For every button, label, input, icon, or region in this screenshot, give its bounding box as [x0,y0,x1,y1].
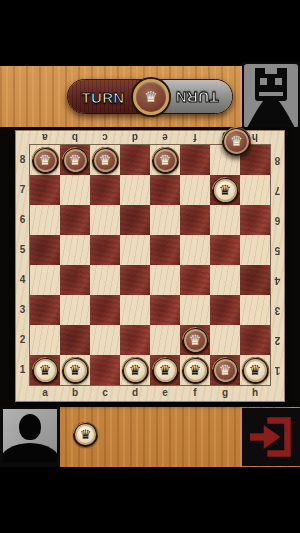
coord-label: b [60,385,90,402]
coord-label: e [150,385,180,402]
square-h4[interactable] [240,265,270,295]
square-c6[interactable] [90,205,120,235]
square-f3[interactable] [180,295,210,325]
square-b2[interactable] [60,325,90,355]
tray-piece-light: ♛ [73,422,98,447]
coord-label: 2 [15,325,30,355]
coord-label: 4 [15,265,30,295]
piece-light-g7[interactable]: ♛ [212,177,239,204]
crown-icon: ♛ [69,153,82,167]
square-e3[interactable] [150,295,180,325]
square-d8[interactable] [120,145,150,175]
coord-label: 3 [270,295,285,325]
silhouette-head [19,414,41,440]
piece-dark-a8[interactable]: ♛ [32,147,59,174]
coord-label: 5 [270,235,285,265]
coord-label: 7 [15,175,30,205]
board-grid: ♛♛♛♛♛♛♛♛♛♛♛♛♛ [30,145,270,385]
square-c1[interactable] [90,355,120,385]
turn-indicator: TURN TURN ♛ [67,79,233,114]
square-e4[interactable] [150,265,180,295]
square-a6[interactable] [30,205,60,235]
coord-label: 3 [15,295,30,325]
square-b6[interactable] [60,205,90,235]
exit-button[interactable] [242,408,300,466]
square-d2[interactable] [120,325,150,355]
coord-label: a [30,385,60,402]
coord-label: c [90,385,120,402]
crown-icon: ♛ [159,153,172,167]
crown-icon: ♛ [129,363,142,377]
crown-icon: ♛ [39,153,52,167]
coord-label: f [180,130,210,145]
square-e6[interactable] [150,205,180,235]
square-g4[interactable] [210,265,240,295]
square-d4[interactable] [120,265,150,295]
floating-piece-dark[interactable]: ♛ [222,127,251,156]
board-frame: abcdefgh abcdefgh 87654321 87654321 ♛♛♛♛… [15,130,285,402]
square-f5[interactable] [180,235,210,265]
turn-label-right: TURN [168,80,226,115]
coord-label: 5 [15,235,30,265]
square-c2[interactable] [90,325,120,355]
square-g6[interactable] [210,205,240,235]
coord-label: 4 [270,265,285,295]
square-f6[interactable] [180,205,210,235]
square-d5[interactable] [120,235,150,265]
crown-icon: ♛ [159,363,172,377]
turn-crown-badge: ♛ [133,79,169,115]
piece-dark-c8[interactable]: ♛ [92,147,119,174]
square-g5[interactable] [210,235,240,265]
square-c7[interactable] [90,175,120,205]
square-g3[interactable] [210,295,240,325]
square-h7[interactable] [240,175,270,205]
crown-icon: ♛ [80,428,92,441]
coord-label: 6 [270,205,285,235]
coord-label: a [30,130,60,145]
coord-label: d [120,385,150,402]
square-e2[interactable] [150,325,180,355]
coord-label: 1 [15,355,30,385]
piece-dark-g1[interactable]: ♛ [212,357,239,384]
coord-label: 6 [15,205,30,235]
piece-dark-f2[interactable]: ♛ [182,327,209,354]
square-f4[interactable] [180,265,210,295]
coord-label: 2 [270,325,285,355]
square-h2[interactable] [240,325,270,355]
square-a7[interactable] [30,175,60,205]
person-silhouette-icon [3,409,57,462]
square-d3[interactable] [120,295,150,325]
crown-icon: ♛ [99,153,112,167]
square-a3[interactable] [30,295,60,325]
coord-label: 8 [270,145,285,175]
coord-label: 1 [270,355,285,385]
piece-light-e1[interactable]: ♛ [152,357,179,384]
coords-right: 87654321 [270,145,285,385]
exit-icon [249,415,293,459]
square-c4[interactable] [90,265,120,295]
coord-label: 7 [270,175,285,205]
board-area: abcdefgh abcdefgh 87654321 87654321 ♛♛♛♛… [0,127,300,407]
coord-label: b [60,130,90,145]
robot-icon [243,63,299,129]
silhouette-shoulders [3,443,57,462]
piece-dark-b8[interactable]: ♛ [62,147,89,174]
square-g2[interactable] [210,325,240,355]
square-b5[interactable] [60,235,90,265]
coord-label: 8 [15,145,30,175]
crown-icon: ♛ [219,363,232,377]
coord-label: h [240,385,270,402]
computer-avatar [242,62,300,130]
square-h6[interactable] [240,205,270,235]
piece-light-b1[interactable]: ♛ [62,357,89,384]
square-b7[interactable] [60,175,90,205]
square-e5[interactable] [150,235,180,265]
piece-light-d1[interactable]: ♛ [122,357,149,384]
coord-label: f [180,385,210,402]
coords-left: 87654321 [15,145,30,385]
crown-icon: ♛ [189,333,202,347]
square-h3[interactable] [240,295,270,325]
human-avatar [0,407,60,467]
piece-dark-e8[interactable]: ♛ [152,147,179,174]
square-a5[interactable] [30,235,60,265]
coords-bottom: abcdefgh [30,385,270,402]
square-e7[interactable] [150,175,180,205]
coord-label: e [150,130,180,145]
crown-icon: ♛ [144,90,157,105]
square-a4[interactable] [30,265,60,295]
square-d7[interactable] [120,175,150,205]
coord-label: g [210,385,240,402]
coord-label: c [90,130,120,145]
piece-light-a1[interactable]: ♛ [32,357,59,384]
square-a2[interactable] [30,325,60,355]
piece-light-h1[interactable]: ♛ [242,357,269,384]
crown-icon: ♛ [189,363,202,377]
square-c3[interactable] [90,295,120,325]
coord-label: d [120,130,150,145]
square-b3[interactable] [60,295,90,325]
square-c5[interactable] [90,235,120,265]
square-f7[interactable] [180,175,210,205]
square-b4[interactable] [60,265,90,295]
square-h5[interactable] [240,235,270,265]
crown-icon: ♛ [249,363,262,377]
crown-icon: ♛ [230,134,243,148]
square-d6[interactable] [120,205,150,235]
crown-icon: ♛ [219,183,232,197]
piece-light-f1[interactable]: ♛ [182,357,209,384]
crown-icon: ♛ [69,363,82,377]
turn-label-left: TURN [74,80,132,115]
square-f8[interactable] [180,145,210,175]
crown-icon: ♛ [39,363,52,377]
